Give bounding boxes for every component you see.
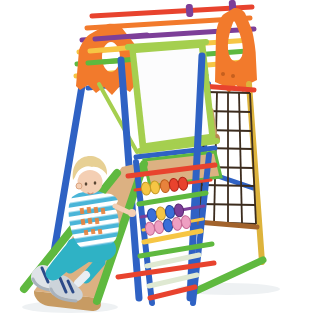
eye-right [94,181,97,184]
hand-right [128,209,136,217]
climbing-frame-scene [0,0,320,320]
cross-bar-red [118,263,214,277]
sock-right [78,275,86,283]
eye-left [85,182,88,185]
ear [76,183,82,189]
ridge-clip [186,4,194,17]
board-side-rail [99,84,137,152]
gable-bolt [221,72,225,76]
gable-bolt [231,74,235,78]
product-photo [0,0,320,320]
net-bottom-bar [197,222,257,227]
head [78,170,103,194]
